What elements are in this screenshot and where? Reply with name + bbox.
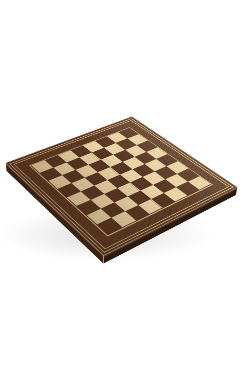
black-rook-glyph: ♜ xyxy=(100,204,116,228)
square-e3[interactable] xyxy=(132,164,154,177)
product-photo: ♜♞♝♛♚♝♞♜♟♟♟♟♟♟♟♟♟♟♟♟♟♟♟♟♜♞♝♛♚♝♞♜ xyxy=(0,0,240,370)
white-pawn-glyph: ♟ xyxy=(180,172,193,190)
black-pawn-glyph: ♟ xyxy=(116,201,130,221)
